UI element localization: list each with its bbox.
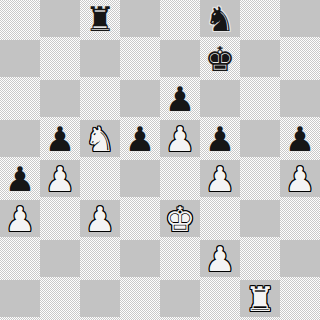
square-a6[interactable] [0,80,40,120]
square-a8[interactable] [0,0,40,40]
square-e8[interactable] [160,0,200,40]
square-d1[interactable] [120,280,160,320]
square-b8[interactable] [40,0,80,40]
square-e4[interactable] [160,160,200,200]
square-e1[interactable] [160,280,200,320]
square-h7[interactable] [280,40,320,80]
square-e6[interactable]: ♟ [160,80,200,120]
square-g1[interactable]: ♜ [240,280,280,320]
square-a5[interactable] [0,120,40,160]
white-pawn[interactable]: ♟ [5,199,35,239]
square-e3[interactable]: ♚ [160,200,200,240]
white-knight[interactable]: ♞ [85,119,115,159]
square-b5[interactable]: ♟ [40,120,80,160]
square-e7[interactable] [160,40,200,80]
black-pawn[interactable]: ♟ [165,79,195,119]
square-a4[interactable]: ♟ [0,160,40,200]
chess-board: ♜♞♚♟♟♞♟♟♟♟♟♟♟♟♟♟♚♟♜ [0,0,320,320]
square-f1[interactable] [200,280,240,320]
square-d5[interactable]: ♟ [120,120,160,160]
white-pawn[interactable]: ♟ [45,159,75,199]
square-h2[interactable] [280,240,320,280]
square-a2[interactable] [0,240,40,280]
square-c1[interactable] [80,280,120,320]
square-g5[interactable] [240,120,280,160]
square-f5[interactable]: ♟ [200,120,240,160]
white-pawn[interactable]: ♟ [165,119,195,159]
white-pawn[interactable]: ♟ [85,199,115,239]
square-f2[interactable]: ♟ [200,240,240,280]
white-rook[interactable]: ♜ [245,279,275,319]
square-c2[interactable] [80,240,120,280]
black-king[interactable]: ♚ [205,39,235,79]
square-b2[interactable] [40,240,80,280]
square-b3[interactable] [40,200,80,240]
square-h4[interactable]: ♟ [280,160,320,200]
square-d4[interactable] [120,160,160,200]
black-pawn[interactable]: ♟ [285,119,315,159]
white-pawn[interactable]: ♟ [285,159,315,199]
black-pawn[interactable]: ♟ [125,119,155,159]
square-g3[interactable] [240,200,280,240]
square-h5[interactable]: ♟ [280,120,320,160]
square-e2[interactable] [160,240,200,280]
square-h1[interactable] [280,280,320,320]
square-h8[interactable] [280,0,320,40]
square-d8[interactable] [120,0,160,40]
square-c8[interactable]: ♜ [80,0,120,40]
square-g7[interactable] [240,40,280,80]
square-d6[interactable] [120,80,160,120]
square-c6[interactable] [80,80,120,120]
square-b6[interactable] [40,80,80,120]
square-b7[interactable] [40,40,80,80]
black-pawn[interactable]: ♟ [205,119,235,159]
square-c3[interactable]: ♟ [80,200,120,240]
white-king[interactable]: ♚ [165,199,195,239]
black-rook[interactable]: ♜ [85,0,115,39]
square-d7[interactable] [120,40,160,80]
white-pawn[interactable]: ♟ [205,159,235,199]
square-f7[interactable]: ♚ [200,40,240,80]
square-g8[interactable] [240,0,280,40]
square-g6[interactable] [240,80,280,120]
square-b1[interactable] [40,280,80,320]
white-pawn[interactable]: ♟ [205,239,235,279]
square-c4[interactable] [80,160,120,200]
square-d2[interactable] [120,240,160,280]
black-pawn[interactable]: ♟ [5,159,35,199]
square-h6[interactable] [280,80,320,120]
square-g2[interactable] [240,240,280,280]
square-f3[interactable] [200,200,240,240]
square-c5[interactable]: ♞ [80,120,120,160]
square-e5[interactable]: ♟ [160,120,200,160]
square-f8[interactable]: ♞ [200,0,240,40]
square-f4[interactable]: ♟ [200,160,240,200]
square-h3[interactable] [280,200,320,240]
square-b4[interactable]: ♟ [40,160,80,200]
square-a3[interactable]: ♟ [0,200,40,240]
black-knight[interactable]: ♞ [205,0,235,39]
square-d3[interactable] [120,200,160,240]
square-c7[interactable] [80,40,120,80]
square-a7[interactable] [0,40,40,80]
square-g4[interactable] [240,160,280,200]
square-f6[interactable] [200,80,240,120]
black-pawn[interactable]: ♟ [45,119,75,159]
square-a1[interactable] [0,280,40,320]
